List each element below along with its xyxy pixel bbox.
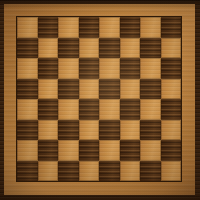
square-c6[interactable]: [58, 58, 79, 79]
square-b7[interactable]: [38, 38, 59, 59]
square-c4[interactable]: [58, 99, 79, 120]
chess-board-photo: [0, 0, 200, 200]
square-a3[interactable]: [17, 120, 38, 141]
square-d5[interactable]: [79, 79, 100, 100]
square-g8[interactable]: [140, 17, 161, 38]
square-h8[interactable]: [161, 17, 182, 38]
square-a1[interactable]: [17, 161, 38, 182]
square-e8[interactable]: [99, 17, 120, 38]
square-a8[interactable]: [17, 17, 38, 38]
square-a2[interactable]: [17, 140, 38, 161]
square-h5[interactable]: [161, 79, 182, 100]
square-c5[interactable]: [58, 79, 79, 100]
square-f5[interactable]: [120, 79, 141, 100]
square-d6[interactable]: [79, 58, 100, 79]
square-d4[interactable]: [79, 99, 100, 120]
square-f7[interactable]: [120, 38, 141, 59]
board-frame-outer: [0, 0, 200, 200]
square-c3[interactable]: [58, 120, 79, 141]
square-b5[interactable]: [38, 79, 59, 100]
square-f6[interactable]: [120, 58, 141, 79]
square-d8[interactable]: [79, 17, 100, 38]
square-h7[interactable]: [161, 38, 182, 59]
square-g6[interactable]: [140, 58, 161, 79]
square-g2[interactable]: [140, 140, 161, 161]
square-h1[interactable]: [161, 161, 182, 182]
square-a6[interactable]: [17, 58, 38, 79]
square-e7[interactable]: [99, 38, 120, 59]
square-a4[interactable]: [17, 99, 38, 120]
square-c1[interactable]: [58, 161, 79, 182]
square-b1[interactable]: [38, 161, 59, 182]
square-h2[interactable]: [161, 140, 182, 161]
square-b8[interactable]: [38, 17, 59, 38]
square-d1[interactable]: [79, 161, 100, 182]
square-h6[interactable]: [161, 58, 182, 79]
square-a5[interactable]: [17, 79, 38, 100]
square-d3[interactable]: [79, 120, 100, 141]
square-e6[interactable]: [99, 58, 120, 79]
square-f2[interactable]: [120, 140, 141, 161]
square-e1[interactable]: [99, 161, 120, 182]
square-b4[interactable]: [38, 99, 59, 120]
square-b2[interactable]: [38, 140, 59, 161]
square-g7[interactable]: [140, 38, 161, 59]
square-g4[interactable]: [140, 99, 161, 120]
square-b3[interactable]: [38, 120, 59, 141]
square-h4[interactable]: [161, 99, 182, 120]
square-c7[interactable]: [58, 38, 79, 59]
square-f4[interactable]: [120, 99, 141, 120]
square-e5[interactable]: [99, 79, 120, 100]
board-frame-border: [4, 4, 195, 195]
square-a7[interactable]: [17, 38, 38, 59]
square-f8[interactable]: [120, 17, 141, 38]
square-g3[interactable]: [140, 120, 161, 141]
square-g5[interactable]: [140, 79, 161, 100]
square-g1[interactable]: [140, 161, 161, 182]
square-c8[interactable]: [58, 17, 79, 38]
square-e4[interactable]: [99, 99, 120, 120]
square-e2[interactable]: [99, 140, 120, 161]
square-d7[interactable]: [79, 38, 100, 59]
square-c2[interactable]: [58, 140, 79, 161]
square-h3[interactable]: [161, 120, 182, 141]
square-f3[interactable]: [120, 120, 141, 141]
square-e3[interactable]: [99, 120, 120, 141]
square-b6[interactable]: [38, 58, 59, 79]
board-grid: [16, 16, 182, 182]
square-f1[interactable]: [120, 161, 141, 182]
square-d2[interactable]: [79, 140, 100, 161]
